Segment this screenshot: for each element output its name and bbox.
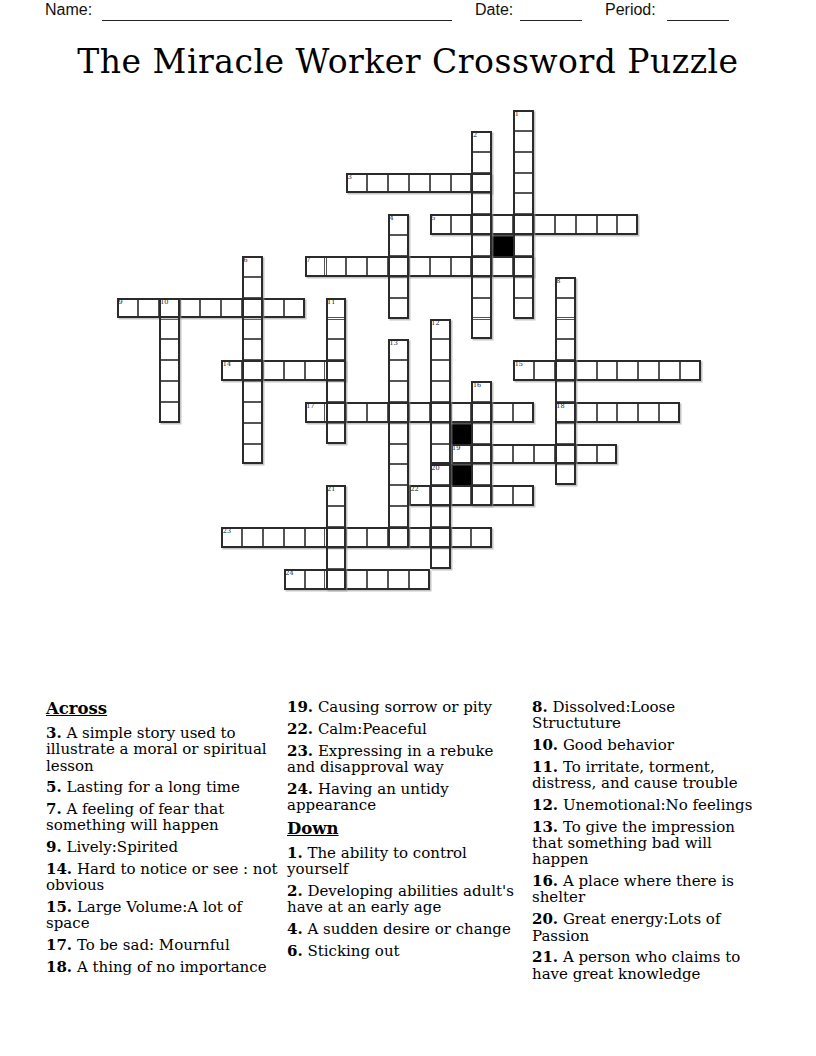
grid-cell[interactable] (471, 485, 492, 506)
grid-cell[interactable] (388, 298, 409, 319)
grid-cell[interactable] (534, 214, 555, 235)
grid-cell[interactable] (346, 527, 367, 548)
grid-cell[interactable] (513, 235, 534, 256)
clue-11-down: 11. To irritate, torment, distress, and … (532, 759, 764, 792)
clues-column-3: 8. Dissolved:Loose Structuture10. Good b… (532, 699, 764, 987)
clue-2-down: 2. Developing abilities adult's have at … (287, 883, 519, 916)
grid-cell[interactable] (326, 256, 347, 277)
clue-3-across: 3. A simple story used to illustrate a m… (46, 725, 278, 774)
grid-cell[interactable] (638, 360, 659, 381)
grid-cell[interactable] (597, 360, 618, 381)
grid-cell[interactable] (513, 152, 534, 173)
grid-cell[interactable] (451, 402, 472, 423)
grid-cell[interactable] (326, 527, 347, 548)
grid-cell[interactable] (617, 360, 638, 381)
grid-cell[interactable] (346, 402, 367, 423)
grid-cell[interactable] (680, 360, 701, 381)
clues-column-2: 19. Causing sorrow or pity22. Calm:Peace… (287, 699, 519, 965)
grid-cell[interactable] (471, 131, 492, 152)
grid-cell[interactable] (430, 444, 451, 465)
grid-cell[interactable] (367, 256, 388, 277)
grid-cell[interactable] (388, 214, 409, 235)
grid-cell[interactable] (200, 298, 221, 319)
clue-8-down: 8. Dissolved:Loose Structuture (532, 699, 764, 732)
grid-cell[interactable] (471, 277, 492, 298)
grid-cell[interactable] (159, 360, 180, 381)
grid-cell[interactable] (430, 464, 451, 485)
grid-cell[interactable] (534, 360, 555, 381)
grid-cell[interactable] (388, 256, 409, 277)
grid-cell[interactable] (430, 360, 451, 381)
clue-14-across: 14. Hard to notice or see : not obvious (46, 861, 278, 894)
grid-cell[interactable] (159, 319, 180, 340)
grid-cell[interactable] (471, 402, 492, 423)
clue-17-across: 17. To be sad: Mournful (46, 937, 278, 953)
clue-number: 22. (287, 720, 313, 738)
grid-cell[interactable] (388, 235, 409, 256)
grid-cell[interactable] (242, 360, 263, 381)
grid-cell[interactable] (242, 444, 263, 465)
black-cell (451, 464, 472, 485)
grid-cell[interactable] (367, 173, 388, 194)
clue-number: 3. (46, 724, 62, 742)
grid-cell[interactable] (451, 173, 472, 194)
grid-cell[interactable] (263, 527, 284, 548)
grid-cell[interactable] (471, 256, 492, 277)
grid-cell[interactable] (471, 298, 492, 319)
grid-cell[interactable] (576, 360, 597, 381)
grid-cell[interactable] (471, 381, 492, 402)
clue-21-down: 21. A person who claims to have great kn… (532, 949, 764, 982)
grid-cell[interactable] (242, 256, 263, 277)
grid-cell[interactable] (388, 569, 409, 590)
clue-number: 20. (532, 910, 558, 928)
grid-cell[interactable] (346, 256, 367, 277)
grid-cell[interactable] (555, 277, 576, 298)
grid-cell[interactable] (471, 444, 492, 465)
grid-cell[interactable] (326, 381, 347, 402)
grid-cell[interactable] (326, 402, 347, 423)
grid-cell[interactable] (555, 423, 576, 444)
clue-18-across: 18. A thing of no importance (46, 959, 278, 975)
grid-cell[interactable] (492, 485, 513, 506)
clue-22-across: 22. Calm:Peaceful (287, 721, 519, 737)
grid-cell[interactable] (430, 214, 451, 235)
grid-cell[interactable] (513, 402, 534, 423)
grid-cell[interactable] (617, 214, 638, 235)
grid-cell[interactable] (388, 402, 409, 423)
clue-16-down: 16. A place where there is shelter (532, 873, 764, 906)
clue-number: 13. (532, 818, 558, 836)
grid-cell[interactable] (513, 298, 534, 319)
grid-cell[interactable] (451, 444, 472, 465)
clue-number: 18. (46, 958, 72, 976)
grid-cell[interactable] (492, 402, 513, 423)
grid-cell[interactable] (284, 569, 305, 590)
grid-cell[interactable] (471, 235, 492, 256)
grid-cell[interactable] (242, 319, 263, 340)
grid-cell[interactable] (326, 360, 347, 381)
clues-column-1: Across3. A simple story used to illustra… (46, 699, 278, 981)
grid-cell[interactable] (242, 527, 263, 548)
grid-cell[interactable] (471, 214, 492, 235)
grid-cell[interactable] (409, 569, 430, 590)
grid-cell[interactable] (263, 298, 284, 319)
clue-number: 10. (532, 736, 558, 754)
grid-cell[interactable] (263, 360, 284, 381)
grid-cell[interactable] (451, 214, 472, 235)
grid-cell[interactable] (513, 485, 534, 506)
grid-cell[interactable] (159, 381, 180, 402)
grid-cell[interactable] (388, 381, 409, 402)
grid-cell[interactable] (492, 214, 513, 235)
grid-cell[interactable] (409, 485, 430, 506)
grid-cell[interactable] (430, 256, 451, 277)
grid-cell[interactable] (388, 464, 409, 485)
grid-cell[interactable] (138, 298, 159, 319)
grid-cell[interactable] (576, 402, 597, 423)
grid-cell[interactable] (346, 173, 367, 194)
grid-cell[interactable] (513, 193, 534, 214)
grid-cell[interactable] (242, 423, 263, 444)
grid-cell[interactable] (305, 360, 326, 381)
grid-cell[interactable] (430, 548, 451, 569)
grid-cell[interactable] (367, 402, 388, 423)
clue-1-down: 1. The ability to control yourself (287, 845, 519, 878)
grid-cell[interactable] (221, 360, 242, 381)
grid-cell[interactable] (534, 444, 555, 465)
clue-6-down: 6. Sticking out (287, 943, 519, 959)
grid-cell[interactable] (180, 298, 201, 319)
clue-number: 23. (287, 742, 313, 760)
clue-7-across: 7. A feeling of fear that something will… (46, 801, 278, 834)
grid-cell[interactable] (513, 444, 534, 465)
clue-number: 21. (532, 948, 558, 966)
down-heading: Down (287, 819, 519, 838)
clue-number: 1. (287, 844, 303, 862)
grid-cell[interactable] (451, 256, 472, 277)
clue-number: 7. (46, 800, 62, 818)
name-blank-line[interactable] (102, 2, 452, 21)
clue-number: 24. (287, 780, 313, 798)
grid-cell[interactable] (471, 193, 492, 214)
black-cell (492, 235, 513, 256)
page-title: The Miracle Worker Crossword Puzzle (0, 42, 816, 81)
grid-cell[interactable] (159, 402, 180, 423)
grid-cell[interactable] (430, 319, 451, 340)
grid-cell[interactable] (242, 298, 263, 319)
grid-cell[interactable] (492, 444, 513, 465)
grid-cell[interactable] (576, 444, 597, 465)
grid-cell[interactable] (638, 402, 659, 423)
clue-5-across: 5. Lasting for a long time (46, 779, 278, 795)
clue-number: 2. (287, 882, 303, 900)
grid-cell[interactable] (346, 569, 367, 590)
grid-cell[interactable] (471, 152, 492, 173)
grid-cell[interactable] (388, 444, 409, 465)
grid-cell[interactable] (242, 339, 263, 360)
name-label: Name: (45, 1, 92, 19)
grid-cell[interactable] (659, 360, 680, 381)
period-label: Period: (605, 1, 656, 19)
grid-cell[interactable] (513, 110, 534, 131)
grid-cell[interactable] (471, 423, 492, 444)
grid-cell[interactable] (430, 173, 451, 194)
clue-19-across: 19. Causing sorrow or pity (287, 699, 519, 715)
grid-cell[interactable] (555, 298, 576, 319)
grid-cell[interactable] (326, 298, 347, 319)
grid-cell[interactable] (513, 214, 534, 235)
grid-cell[interactable] (326, 506, 347, 527)
grid-cell[interactable] (513, 256, 534, 277)
grid-cell[interactable] (555, 464, 576, 485)
grid-cell[interactable] (471, 464, 492, 485)
grid-cell[interactable] (430, 339, 451, 360)
grid-cell[interactable] (326, 548, 347, 569)
grid-cell[interactable] (388, 485, 409, 506)
grid-cell[interactable] (409, 527, 430, 548)
period-blank-line[interactable] (667, 2, 729, 21)
clue-12-down: 12. Unemotional:No feelings (532, 797, 764, 813)
grid-cell[interactable] (388, 360, 409, 381)
grid-cell[interactable] (659, 402, 680, 423)
grid-cell[interactable] (305, 569, 326, 590)
grid-cell[interactable] (409, 402, 430, 423)
grid-cell[interactable] (555, 214, 576, 235)
grid-cell[interactable] (451, 527, 472, 548)
clue-13-down: 13. To give the impression that somethin… (532, 819, 764, 868)
grid-cell[interactable] (159, 298, 180, 319)
grid-cell[interactable] (305, 527, 326, 548)
grid-cell[interactable] (471, 527, 492, 548)
grid-cell[interactable] (284, 298, 305, 319)
across-heading: Across (46, 699, 278, 718)
grid-cell[interactable] (409, 256, 430, 277)
clue-15-across: 15. Large Volume:A lot of space (46, 899, 278, 932)
grid-cell[interactable] (284, 360, 305, 381)
grid-cell[interactable] (430, 506, 451, 527)
grid-cell[interactable] (388, 527, 409, 548)
grid-cell[interactable] (242, 277, 263, 298)
grid-cell[interactable] (367, 569, 388, 590)
grid-cell[interactable] (617, 402, 638, 423)
grid-cell[interactable] (117, 298, 138, 319)
grid-cell[interactable] (409, 173, 430, 194)
clue-number: 5. (46, 778, 62, 796)
grid-cell[interactable] (430, 527, 451, 548)
grid-cell[interactable] (513, 173, 534, 194)
grid-cell[interactable] (513, 277, 534, 298)
grid-cell[interactable] (597, 444, 618, 465)
grid-cell[interactable] (388, 423, 409, 444)
grid-cell[interactable] (430, 485, 451, 506)
clue-23-across: 23. Expressing in a rebuke and disapprov… (287, 743, 519, 776)
grid-cell[interactable] (388, 506, 409, 527)
grid-cell[interactable] (326, 319, 347, 340)
grid-cell[interactable] (326, 339, 347, 360)
grid-cell[interactable] (326, 569, 347, 590)
grid-cell[interactable] (513, 131, 534, 152)
grid-cell[interactable] (492, 256, 513, 277)
black-cell (451, 423, 472, 444)
grid-cell[interactable] (555, 381, 576, 402)
grid-cell[interactable] (326, 485, 347, 506)
clue-4-down: 4. A sudden desire or change (287, 921, 519, 937)
grid-cell[interactable] (388, 277, 409, 298)
grid-cell[interactable] (597, 402, 618, 423)
grid-cell[interactable] (471, 173, 492, 194)
clue-number: 12. (532, 796, 558, 814)
grid-cell[interactable] (555, 444, 576, 465)
grid-cell[interactable] (305, 402, 326, 423)
clue-number: 19. (287, 698, 313, 716)
clue-number: 6. (287, 942, 303, 960)
grid-cell[interactable] (555, 360, 576, 381)
grid-cell[interactable] (388, 339, 409, 360)
grid-cell[interactable] (159, 339, 180, 360)
grid-cell[interactable] (388, 173, 409, 194)
grid-cell[interactable] (367, 527, 388, 548)
grid-cell[interactable] (597, 214, 618, 235)
grid-cell[interactable] (221, 527, 242, 548)
date-blank-line[interactable] (520, 2, 582, 21)
grid-cell[interactable] (430, 402, 451, 423)
clue-9-across: 9. Lively:Spirited (46, 839, 278, 855)
clue-number: 14. (46, 860, 72, 878)
grid-cell[interactable] (555, 402, 576, 423)
clue-number: 4. (287, 920, 303, 938)
grid-cell[interactable] (513, 360, 534, 381)
grid-cell[interactable] (242, 402, 263, 423)
clue-number: 16. (532, 872, 558, 890)
clue-20-down: 20. Great energy:Lots of Passion (532, 911, 764, 944)
clue-number: 9. (46, 838, 62, 856)
grid-cell[interactable] (555, 319, 576, 340)
grid-cell[interactable] (430, 381, 451, 402)
date-label: Date: (475, 1, 513, 19)
grid-cell[interactable] (471, 319, 492, 340)
clue-number: 8. (532, 698, 548, 716)
grid-cell[interactable] (430, 423, 451, 444)
grid-cell[interactable] (242, 381, 263, 402)
clue-number: 11. (532, 758, 558, 776)
grid-cell[interactable] (305, 256, 326, 277)
clue-number: 15. (46, 898, 72, 916)
clue-24-across: 24. Having an untidy appearance (287, 781, 519, 814)
grid-cell[interactable] (555, 339, 576, 360)
grid-cell[interactable] (284, 527, 305, 548)
grid-cell[interactable] (221, 298, 242, 319)
grid-cell[interactable] (451, 485, 472, 506)
clue-10-down: 10. Good behavior (532, 737, 764, 753)
grid-cell[interactable] (576, 214, 597, 235)
clue-number: 17. (46, 936, 72, 954)
grid-cell[interactable] (326, 423, 347, 444)
